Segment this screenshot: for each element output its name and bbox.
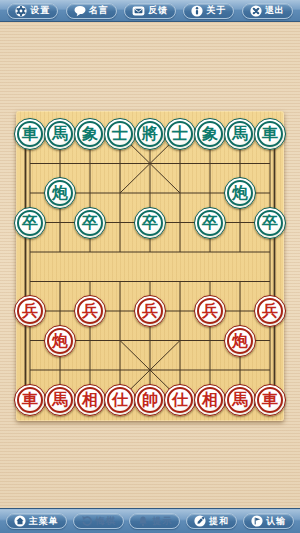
xiangqi-app-screen: 设置 名言 反馈 关于 xyxy=(0,0,300,533)
piece-black-卒[interactable]: 卒 xyxy=(134,207,166,239)
piece-red-兵[interactable]: 兵 xyxy=(134,295,166,327)
piece-glyph: 馬 xyxy=(52,392,68,408)
piece-red-兵[interactable]: 兵 xyxy=(254,295,286,327)
piece-red-車[interactable]: 車 xyxy=(14,384,46,416)
piece-black-車[interactable]: 車 xyxy=(14,118,46,150)
piece-black-象[interactable]: 象 xyxy=(74,118,106,150)
piece-glyph: 象 xyxy=(202,126,218,142)
piece-red-炮[interactable]: 炮 xyxy=(224,325,256,357)
piece-red-兵[interactable]: 兵 xyxy=(14,295,46,327)
piece-glyph: 帥 xyxy=(142,392,158,408)
exit-button[interactable]: 退出 xyxy=(242,3,293,19)
resign-button[interactable]: 认输 xyxy=(243,513,294,529)
about-label: 关于 xyxy=(206,4,226,17)
about-button[interactable]: 关于 xyxy=(183,3,234,19)
piece-red-相[interactable]: 相 xyxy=(194,384,226,416)
piece-glyph: 炮 xyxy=(52,185,68,201)
main-menu-label: 主菜单 xyxy=(29,515,59,528)
undo-move-label: 悔棋 xyxy=(96,515,116,528)
undo-icon xyxy=(81,515,93,527)
piece-glyph: 車 xyxy=(22,392,38,408)
piece-red-馬[interactable]: 馬 xyxy=(224,384,256,416)
piece-glyph: 馬 xyxy=(232,126,248,142)
piece-glyph: 將 xyxy=(142,126,158,142)
home-icon xyxy=(14,515,26,527)
piece-red-帥[interactable]: 帥 xyxy=(134,384,166,416)
piece-glyph: 兵 xyxy=(262,303,278,319)
piece-red-仕[interactable]: 仕 xyxy=(104,384,136,416)
piece-glyph: 卒 xyxy=(22,215,38,231)
piece-glyph: 車 xyxy=(262,392,278,408)
piece-glyph: 卒 xyxy=(142,215,158,231)
piece-black-將[interactable]: 將 xyxy=(134,118,166,150)
piece-glyph: 炮 xyxy=(232,185,248,201)
piece-glyph: 兵 xyxy=(202,303,218,319)
piece-red-馬[interactable]: 馬 xyxy=(44,384,76,416)
piece-glyph: 馬 xyxy=(232,392,248,408)
piece-glyph: 車 xyxy=(262,126,278,142)
piece-glyph: 仕 xyxy=(112,392,128,408)
top-toolbar: 设置 名言 反馈 关于 xyxy=(0,0,300,22)
piece-red-仕[interactable]: 仕 xyxy=(164,384,196,416)
piece-glyph: 卒 xyxy=(82,215,98,231)
piece-black-卒[interactable]: 卒 xyxy=(14,207,46,239)
piece-glyph: 兵 xyxy=(22,303,38,319)
piece-glyph: 卒 xyxy=(202,215,218,231)
feedback-label: 反馈 xyxy=(148,4,168,17)
quotes-button[interactable]: 名言 xyxy=(66,3,117,19)
piece-black-馬[interactable]: 馬 xyxy=(44,118,76,150)
exit-label: 退出 xyxy=(265,4,285,17)
piece-black-象[interactable]: 象 xyxy=(194,118,226,150)
piece-red-車[interactable]: 車 xyxy=(254,384,286,416)
piece-glyph: 卒 xyxy=(262,215,278,231)
resign-label: 认输 xyxy=(266,515,286,528)
piece-glyph: 士 xyxy=(112,126,128,142)
main-menu-button[interactable]: 主菜单 xyxy=(6,513,67,529)
piece-black-車[interactable]: 車 xyxy=(254,118,286,150)
piece-red-兵[interactable]: 兵 xyxy=(194,295,226,327)
piece-glyph: 仕 xyxy=(172,392,188,408)
envelope-icon xyxy=(132,5,145,17)
flag-icon xyxy=(251,515,263,527)
bottom-toolbar: 主菜单 悔棋 提示 提和 xyxy=(0,508,300,533)
offer-draw-label: 提和 xyxy=(209,515,229,528)
piece-black-卒[interactable]: 卒 xyxy=(254,207,286,239)
piece-glyph: 車 xyxy=(22,126,38,142)
piece-black-馬[interactable]: 馬 xyxy=(224,118,256,150)
piece-black-炮[interactable]: 炮 xyxy=(44,177,76,209)
piece-black-士[interactable]: 士 xyxy=(164,118,196,150)
hint-button[interactable]: 提示 xyxy=(129,513,180,529)
piece-red-兵[interactable]: 兵 xyxy=(74,295,106,327)
piece-black-士[interactable]: 士 xyxy=(104,118,136,150)
close-icon xyxy=(250,5,262,17)
piece-black-卒[interactable]: 卒 xyxy=(194,207,226,239)
piece-glyph: 炮 xyxy=(52,333,68,349)
piece-glyph: 兵 xyxy=(82,303,98,319)
hint-label: 提示 xyxy=(152,515,172,528)
piece-glyph: 相 xyxy=(82,392,98,408)
settings-button[interactable]: 设置 xyxy=(7,3,58,19)
piece-glyph: 炮 xyxy=(232,333,248,349)
piece-black-卒[interactable]: 卒 xyxy=(74,207,106,239)
undo-move-button[interactable]: 悔棋 xyxy=(73,513,124,529)
piece-glyph: 馬 xyxy=(52,126,68,142)
piece-red-炮[interactable]: 炮 xyxy=(44,325,76,357)
piece-glyph: 士 xyxy=(172,126,188,142)
bell-icon xyxy=(137,515,149,527)
settings-label: 设置 xyxy=(30,4,50,17)
offer-draw-button[interactable]: 提和 xyxy=(186,513,237,529)
quotes-label: 名言 xyxy=(89,4,109,17)
feedback-button[interactable]: 反馈 xyxy=(124,3,176,19)
piece-glyph: 兵 xyxy=(142,303,158,319)
piece-red-相[interactable]: 相 xyxy=(74,384,106,416)
piece-glyph: 象 xyxy=(82,126,98,142)
speech-bubble-icon xyxy=(74,5,86,17)
piece-layer: 車馬象士將士象馬車炮炮卒卒卒卒卒兵兵兵兵兵炮炮車馬相仕帥仕相馬車 xyxy=(0,0,300,533)
info-icon xyxy=(191,5,203,17)
piece-glyph: 相 xyxy=(202,392,218,408)
gear-icon xyxy=(15,5,27,17)
piece-black-炮[interactable]: 炮 xyxy=(224,177,256,209)
pencil-icon xyxy=(194,515,206,527)
